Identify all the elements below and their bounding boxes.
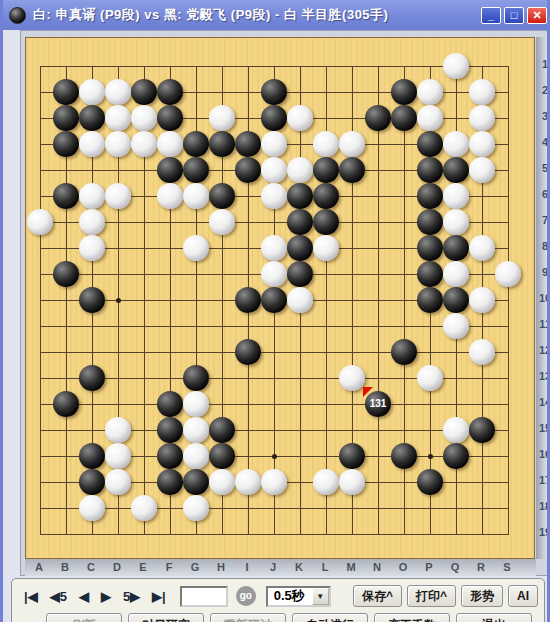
black-stone-P9[interactable] (417, 261, 443, 287)
row-label-2: 2 (536, 84, 550, 96)
white-stone-K3[interactable] (287, 105, 313, 131)
black-stone-O12[interactable] (391, 339, 417, 365)
white-stone-Q7[interactable] (443, 209, 469, 235)
black-stone-F15[interactable] (157, 417, 183, 443)
go-board[interactable]: 131 (25, 37, 535, 559)
white-stone-H3[interactable] (209, 105, 235, 131)
white-stone-G6[interactable] (183, 183, 209, 209)
star-point (272, 454, 277, 459)
go-button[interactable]: go (236, 586, 256, 606)
row-label-18: 18 (536, 500, 550, 512)
row-label-1: 1 (536, 58, 550, 70)
black-stone-O2[interactable] (391, 79, 417, 105)
minimize-button[interactable]: _ (481, 7, 501, 24)
white-stone-P3[interactable] (417, 105, 443, 131)
black-stone-I5[interactable] (235, 157, 261, 183)
white-stone-J6[interactable] (261, 183, 287, 209)
col-label-E: E (136, 561, 150, 573)
delay-select[interactable]: 0.5秒 ▼ (266, 586, 331, 607)
row-label-3: 3 (536, 110, 550, 122)
white-stone-G14[interactable] (183, 391, 209, 417)
row-coordinate-strip: 12345678910111213141516171819 (536, 37, 550, 559)
black-stone-H6[interactable] (209, 183, 235, 209)
col-label-K: K (292, 561, 306, 573)
white-stone-E4[interactable] (131, 131, 157, 157)
white-stone-L17[interactable] (313, 469, 339, 495)
white-stone-L8[interactable] (313, 235, 339, 261)
app-window: 白: 申真谞 (P9段) vs 黑: 党毅飞 (P9段) - 白 半目胜(305… (0, 0, 550, 622)
row-label-19: 19 (536, 526, 550, 538)
black-stone-M5[interactable] (339, 157, 365, 183)
white-stone-D16[interactable] (105, 443, 131, 469)
black-stone-N14[interactable]: 131 (365, 391, 391, 417)
row-label-9: 9 (536, 266, 550, 278)
print-button[interactable]: 打印^ (407, 585, 456, 607)
black-stone-J2[interactable] (261, 79, 287, 105)
white-stone-J4[interactable] (261, 131, 287, 157)
black-stone-C13[interactable] (79, 365, 105, 391)
white-stone-P13[interactable] (417, 365, 443, 391)
black-stone-J3[interactable] (261, 105, 287, 131)
star-point (428, 454, 433, 459)
white-stone-K10[interactable] (287, 287, 313, 313)
black-stone-L6[interactable] (313, 183, 339, 209)
re-research-button: 重新研讨 (210, 613, 286, 622)
row-label-10: 10 (536, 292, 550, 304)
nav-forward5-button[interactable]: 5▶ (117, 589, 146, 604)
black-stone-B3[interactable] (53, 105, 79, 131)
grid-line-h (40, 326, 509, 327)
black-stone-P6[interactable] (417, 183, 443, 209)
col-label-N: N (370, 561, 384, 573)
black-stone-L7[interactable] (313, 209, 339, 235)
game-research-button[interactable]: 对局研究 (128, 613, 204, 622)
navigation-row: |◀ ◀5 ◀ ▶ 5▶ ▶| go 0.5秒 ▼ 保存^ 打印^ 形势 AI (18, 584, 538, 608)
nav-back-button[interactable]: ◀ (73, 589, 95, 604)
white-stone-M17[interactable] (339, 469, 365, 495)
white-stone-F6[interactable] (157, 183, 183, 209)
white-stone-Q9[interactable] (443, 261, 469, 287)
nav-last-button[interactable]: ▶| (146, 589, 172, 604)
star-point (116, 298, 121, 303)
black-stone-I12[interactable] (235, 339, 261, 365)
black-stone-B9[interactable] (53, 261, 79, 287)
grid-line-v (378, 66, 379, 535)
col-label-Q: Q (448, 561, 462, 573)
white-stone-L4[interactable] (313, 131, 339, 157)
white-stone-Q6[interactable] (443, 183, 469, 209)
black-stone-P5[interactable] (417, 157, 443, 183)
white-stone-J17[interactable] (261, 469, 287, 495)
col-label-B: B (58, 561, 72, 573)
grid-line-h (40, 534, 509, 535)
white-stone-F4[interactable] (157, 131, 183, 157)
white-stone-E18[interactable] (131, 495, 157, 521)
white-stone-C8[interactable] (79, 235, 105, 261)
chevron-down-icon[interactable]: ▼ (312, 588, 329, 605)
col-label-I: I (240, 561, 254, 573)
white-stone-J9[interactable] (261, 261, 287, 287)
black-stone-C17[interactable] (79, 469, 105, 495)
white-stone-R8[interactable] (469, 235, 495, 261)
black-stone-G5[interactable] (183, 157, 209, 183)
white-stone-Q4[interactable] (443, 131, 469, 157)
black-stone-K8[interactable] (287, 235, 313, 261)
column-coordinate-strip: ABCDEFGHIJKLMNOPQRS (25, 559, 536, 576)
black-stone-P7[interactable] (417, 209, 443, 235)
black-stone-R15[interactable] (469, 417, 495, 443)
move-number-label: 131 (365, 391, 391, 417)
grid-line-v (508, 66, 509, 535)
title-bar: 白: 申真谞 (P9段) vs 黑: 党毅飞 (P9段) - 白 半目胜(305… (3, 0, 550, 30)
black-stone-K9[interactable] (287, 261, 313, 287)
black-stone-F14[interactable] (157, 391, 183, 417)
grid-line-h (40, 404, 509, 405)
white-stone-C6[interactable] (79, 183, 105, 209)
white-stone-D6[interactable] (105, 183, 131, 209)
go-stone-icon (9, 7, 26, 24)
white-stone-P2[interactable] (417, 79, 443, 105)
black-stone-C10[interactable] (79, 287, 105, 313)
white-stone-D2[interactable] (105, 79, 131, 105)
white-stone-R12[interactable] (469, 339, 495, 365)
close-button[interactable]: ✕ (527, 7, 547, 24)
black-stone-B6[interactable] (53, 183, 79, 209)
grid-line-h (40, 352, 509, 353)
black-stone-G13[interactable] (183, 365, 209, 391)
black-stone-E2[interactable] (131, 79, 157, 105)
black-stone-F2[interactable] (157, 79, 183, 105)
situation-button[interactable]: 形势 (461, 585, 503, 607)
black-stone-H4[interactable] (209, 131, 235, 157)
control-panel: |◀ ◀5 ◀ ▶ 5▶ ▶| go 0.5秒 ▼ 保存^ 打印^ 形势 AI … (11, 578, 545, 622)
black-stone-F17[interactable] (157, 469, 183, 495)
white-stone-K5[interactable] (287, 157, 313, 183)
white-stone-I17[interactable] (235, 469, 261, 495)
white-stone-G18[interactable] (183, 495, 209, 521)
row-label-13: 13 (536, 370, 550, 382)
row-label-15: 15 (536, 422, 550, 434)
maximize-button[interactable]: □ (504, 7, 524, 24)
row-label-16: 16 (536, 448, 550, 460)
row-label-6: 6 (536, 188, 550, 200)
black-stone-P17[interactable] (417, 469, 443, 495)
secondary-button-row: 刷新对局研究重新研讨自动进行变更手数退出 (46, 613, 538, 622)
black-stone-O3[interactable] (391, 105, 417, 131)
black-stone-F5[interactable] (157, 157, 183, 183)
black-stone-P10[interactable] (417, 287, 443, 313)
white-stone-G8[interactable] (183, 235, 209, 261)
white-stone-D3[interactable] (105, 105, 131, 131)
black-stone-Q8[interactable] (443, 235, 469, 261)
black-stone-B2[interactable] (53, 79, 79, 105)
black-stone-H16[interactable] (209, 443, 235, 469)
black-stone-Q16[interactable] (443, 443, 469, 469)
col-label-S: S (500, 561, 514, 573)
row-label-5: 5 (536, 162, 550, 174)
black-stone-K7[interactable] (287, 209, 313, 235)
white-stone-R3[interactable] (469, 105, 495, 131)
black-stone-P8[interactable] (417, 235, 443, 261)
black-stone-Q10[interactable] (443, 287, 469, 313)
col-label-G: G (188, 561, 202, 573)
black-stone-C3[interactable] (79, 105, 105, 131)
black-stone-M16[interactable] (339, 443, 365, 469)
row-label-14: 14 (536, 396, 550, 408)
black-stone-G17[interactable] (183, 469, 209, 495)
white-stone-Q15[interactable] (443, 417, 469, 443)
white-stone-D17[interactable] (105, 469, 131, 495)
white-stone-M13[interactable] (339, 365, 365, 391)
nav-back5-button[interactable]: ◀5 (44, 589, 73, 604)
black-stone-L5[interactable] (313, 157, 339, 183)
white-stone-Q11[interactable] (443, 313, 469, 339)
white-stone-R4[interactable] (469, 131, 495, 157)
black-stone-O16[interactable] (391, 443, 417, 469)
black-stone-I4[interactable] (235, 131, 261, 157)
black-stone-K6[interactable] (287, 183, 313, 209)
black-stone-H15[interactable] (209, 417, 235, 443)
nav-first-button[interactable]: |◀ (18, 589, 44, 604)
row-label-12: 12 (536, 344, 550, 356)
white-stone-C18[interactable] (79, 495, 105, 521)
col-label-H: H (214, 561, 228, 573)
white-stone-H17[interactable] (209, 469, 235, 495)
black-stone-J10[interactable] (261, 287, 287, 313)
row-label-11: 11 (536, 318, 550, 330)
col-label-D: D (110, 561, 124, 573)
change-moves-button[interactable]: 变更手数 (374, 613, 450, 622)
white-stone-D4[interactable] (105, 131, 131, 157)
white-stone-A7[interactable] (27, 209, 53, 235)
black-stone-N3[interactable] (365, 105, 391, 131)
col-label-A: A (32, 561, 46, 573)
black-stone-F3[interactable] (157, 105, 183, 131)
white-stone-C2[interactable] (79, 79, 105, 105)
delay-value: 0.5秒 (268, 587, 312, 605)
white-stone-E3[interactable] (131, 105, 157, 131)
col-label-F: F (162, 561, 176, 573)
refresh-button: 刷新 (46, 613, 122, 622)
row-label-17: 17 (536, 474, 550, 486)
move-number-input[interactable] (180, 586, 228, 607)
exit-button[interactable]: 退出 (456, 613, 532, 622)
black-stone-Q5[interactable] (443, 157, 469, 183)
save-button[interactable]: 保存^ (353, 585, 402, 607)
white-stone-Q1[interactable] (443, 53, 469, 79)
white-stone-S9[interactable] (495, 261, 521, 287)
row-label-4: 4 (536, 136, 550, 148)
white-stone-R10[interactable] (469, 287, 495, 313)
white-stone-G15[interactable] (183, 417, 209, 443)
col-label-R: R (474, 561, 488, 573)
col-label-M: M (344, 561, 358, 573)
grid-line-h (40, 508, 509, 509)
black-stone-B4[interactable] (53, 131, 79, 157)
white-stone-R2[interactable] (469, 79, 495, 105)
white-stone-H7[interactable] (209, 209, 235, 235)
window-title: 白: 申真谞 (P9段) vs 黑: 党毅飞 (P9段) - 白 半目胜(305… (33, 6, 478, 24)
col-label-P: P (422, 561, 436, 573)
ai-button[interactable]: AI (508, 585, 538, 607)
white-stone-J5[interactable] (261, 157, 287, 183)
white-stone-R5[interactable] (469, 157, 495, 183)
white-stone-M4[interactable] (339, 131, 365, 157)
auto-play-button[interactable]: 自动进行 (292, 613, 368, 622)
col-label-O: O (396, 561, 410, 573)
white-stone-C4[interactable] (79, 131, 105, 157)
row-label-8: 8 (536, 240, 550, 252)
black-stone-C16[interactable] (79, 443, 105, 469)
black-stone-B14[interactable] (53, 391, 79, 417)
row-label-7: 7 (536, 214, 550, 226)
black-stone-I10[interactable] (235, 287, 261, 313)
white-stone-D15[interactable] (105, 417, 131, 443)
col-label-C: C (84, 561, 98, 573)
white-stone-C7[interactable] (79, 209, 105, 235)
white-stone-J8[interactable] (261, 235, 287, 261)
black-stone-P4[interactable] (417, 131, 443, 157)
white-stone-G16[interactable] (183, 443, 209, 469)
col-label-L: L (318, 561, 332, 573)
black-stone-G4[interactable] (183, 131, 209, 157)
col-label-J: J (266, 561, 280, 573)
board-panel: 131 12345678910111213141516171819 ABCDEF… (20, 30, 550, 576)
black-stone-F16[interactable] (157, 443, 183, 469)
nav-forward-button[interactable]: ▶ (95, 589, 117, 604)
